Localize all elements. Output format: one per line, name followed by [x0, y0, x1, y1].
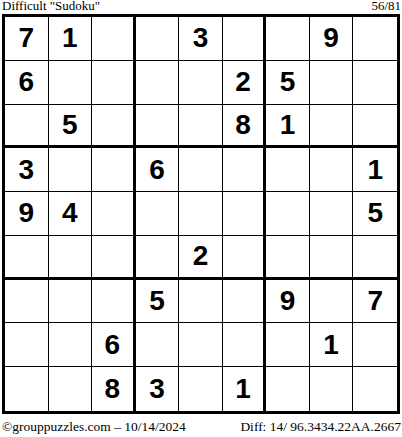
given-cell-r9c3: 8	[92, 367, 136, 411]
empty-cell-r8c4[interactable]	[136, 323, 180, 367]
empty-cell-r7c6[interactable]	[223, 280, 267, 324]
given-cell-r7c9: 7	[353, 280, 397, 324]
empty-cell-r8c7[interactable]	[266, 323, 310, 367]
empty-cell-r2c3[interactable]	[92, 61, 136, 105]
given-cell-r5c2: 4	[49, 192, 93, 236]
empty-cell-r9c5[interactable]	[179, 367, 223, 411]
empty-cell-r6c7[interactable]	[266, 236, 310, 280]
empty-cell-r2c9[interactable]	[353, 61, 397, 105]
empty-cell-r3c4[interactable]	[136, 105, 180, 149]
empty-cell-r7c5[interactable]	[179, 280, 223, 324]
empty-cell-r8c2[interactable]	[49, 323, 93, 367]
given-cell-r7c7: 9	[266, 280, 310, 324]
empty-cell-r2c2[interactable]	[49, 61, 93, 105]
given-cell-r1c2: 1	[49, 17, 93, 61]
empty-cell-r6c3[interactable]	[92, 236, 136, 280]
empty-cell-r2c5[interactable]	[179, 61, 223, 105]
given-cell-r3c7: 1	[266, 105, 310, 149]
empty-cell-r3c8[interactable]	[310, 105, 354, 149]
empty-cell-r5c6[interactable]	[223, 192, 267, 236]
empty-cell-r5c7[interactable]	[266, 192, 310, 236]
difficulty-code: Diff: 14/ 96.3434.22AA.2667	[240, 419, 401, 434]
given-cell-r5c9: 5	[353, 192, 397, 236]
empty-cell-r8c5[interactable]	[179, 323, 223, 367]
given-cell-r4c4: 6	[136, 148, 180, 192]
empty-cell-r4c8[interactable]	[310, 148, 354, 192]
empty-cell-r8c6[interactable]	[223, 323, 267, 367]
given-cell-r2c1: 6	[5, 61, 49, 105]
empty-cell-r6c9[interactable]	[353, 236, 397, 280]
given-cell-r6c5: 2	[179, 236, 223, 280]
empty-cell-r7c1[interactable]	[5, 280, 49, 324]
header: Difficult "Sudoku" 56/81	[2, 0, 401, 13]
empty-cell-r7c2[interactable]	[49, 280, 93, 324]
empty-cell-r4c5[interactable]	[179, 148, 223, 192]
empty-cell-r1c4[interactable]	[136, 17, 180, 61]
empty-cell-r5c5[interactable]	[179, 192, 223, 236]
sudoku-board: 7139625581361945259761831	[2, 14, 400, 414]
empty-cell-r1c9[interactable]	[353, 17, 397, 61]
given-cell-r8c8: 1	[310, 323, 354, 367]
empty-cell-r9c2[interactable]	[49, 367, 93, 411]
empty-cell-r5c4[interactable]	[136, 192, 180, 236]
footer: ©grouppuzzles.com – 10/14/2024 Diff: 14/…	[2, 419, 401, 434]
empty-cell-r4c6[interactable]	[223, 148, 267, 192]
given-cell-r2c6: 2	[223, 61, 267, 105]
empty-cell-r6c2[interactable]	[49, 236, 93, 280]
given-cell-r2c7: 5	[266, 61, 310, 105]
puzzle-title: Difficult "Sudoku"	[2, 0, 100, 13]
empty-cell-r8c1[interactable]	[5, 323, 49, 367]
given-cell-r1c1: 7	[5, 17, 49, 61]
empty-cell-r9c9[interactable]	[353, 367, 397, 411]
given-cell-r1c5: 3	[179, 17, 223, 61]
given-cell-r8c3: 6	[92, 323, 136, 367]
given-cell-r9c6: 1	[223, 367, 267, 411]
empty-cell-r6c8[interactable]	[310, 236, 354, 280]
empty-cell-r8c9[interactable]	[353, 323, 397, 367]
empty-cell-r6c4[interactable]	[136, 236, 180, 280]
empty-cell-r4c2[interactable]	[49, 148, 93, 192]
empty-cell-r9c1[interactable]	[5, 367, 49, 411]
empty-cell-r2c4[interactable]	[136, 61, 180, 105]
empty-cell-r7c8[interactable]	[310, 280, 354, 324]
empty-cells-counter: 56/81	[371, 0, 401, 13]
empty-cell-r4c3[interactable]	[92, 148, 136, 192]
empty-cell-r3c1[interactable]	[5, 105, 49, 149]
copyright-date: ©grouppuzzles.com – 10/14/2024	[2, 419, 186, 434]
empty-cell-r3c3[interactable]	[92, 105, 136, 149]
given-cell-r9c4: 3	[136, 367, 180, 411]
empty-cell-r7c3[interactable]	[92, 280, 136, 324]
empty-cell-r6c1[interactable]	[5, 236, 49, 280]
given-cell-r4c9: 1	[353, 148, 397, 192]
given-cell-r5c1: 9	[5, 192, 49, 236]
sudoku-page: Difficult "Sudoku" 56/81 713962558136194…	[0, 0, 402, 437]
empty-cell-r1c3[interactable]	[92, 17, 136, 61]
given-cell-r4c1: 3	[5, 148, 49, 192]
empty-cell-r2c8[interactable]	[310, 61, 354, 105]
empty-cell-r5c3[interactable]	[92, 192, 136, 236]
given-cell-r1c8: 9	[310, 17, 354, 61]
empty-cell-r5c8[interactable]	[310, 192, 354, 236]
given-cell-r3c6: 8	[223, 105, 267, 149]
empty-cell-r9c7[interactable]	[266, 367, 310, 411]
empty-cell-r1c6[interactable]	[223, 17, 267, 61]
empty-cell-r6c6[interactable]	[223, 236, 267, 280]
empty-cell-r3c9[interactable]	[353, 105, 397, 149]
given-cell-r7c4: 5	[136, 280, 180, 324]
given-cell-r3c2: 5	[49, 105, 93, 149]
empty-cell-r9c8[interactable]	[310, 367, 354, 411]
empty-cell-r4c7[interactable]	[266, 148, 310, 192]
empty-cell-r1c7[interactable]	[266, 17, 310, 61]
empty-cell-r3c5[interactable]	[179, 105, 223, 149]
